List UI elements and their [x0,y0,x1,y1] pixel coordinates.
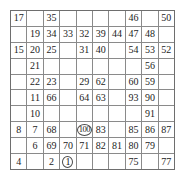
cell-r2c3[interactable]: 34 [44,27,59,42]
cell-r7c9[interactable]: 91 [142,106,157,121]
cell-r7c8[interactable] [126,106,141,121]
cell-r8c2[interactable]: 7 [27,122,42,137]
cell-r6c10[interactable] [159,90,174,105]
cell-r2c5[interactable]: 32 [77,27,92,42]
cell-r10c6[interactable] [93,154,108,169]
cell-r6c9[interactable]: 90 [142,90,157,105]
cell-r10c5[interactable] [77,154,92,169]
cell-r10c4[interactable]: 1 [60,154,75,169]
cell-r2c6[interactable]: 39 [93,27,108,42]
cell-r9c10[interactable] [159,138,174,153]
cell-r9c7[interactable]: 81 [109,138,124,153]
cell-r8c4[interactable] [60,122,75,137]
cell-r8c5[interactable]: 100 [77,122,92,137]
cell-r5c2[interactable]: 22 [27,75,42,90]
cell-r4c1[interactable] [11,59,26,74]
cell-r3c4[interactable] [60,43,75,58]
hidato-board: 1735465019343332394447481520253140545352… [10,10,175,170]
cell-r5c4[interactable] [60,75,75,90]
cell-r1c7[interactable] [109,11,124,26]
circled-number: 100 [77,124,92,136]
cell-r1c6[interactable] [93,11,108,26]
cell-r6c7[interactable] [109,90,124,105]
cell-r3c1[interactable]: 15 [11,43,26,58]
cell-r4c5[interactable] [77,59,92,74]
cell-r4c3[interactable] [44,59,59,74]
cell-r10c1[interactable]: 4 [11,154,26,169]
cell-r4c10[interactable] [159,59,174,74]
cell-r6c1[interactable] [11,90,26,105]
cell-r1c10[interactable]: 50 [159,11,174,26]
cell-r8c3[interactable]: 68 [44,122,59,137]
cell-r2c2[interactable]: 19 [27,27,42,42]
cell-r4c4[interactable] [60,59,75,74]
cell-r5c7[interactable] [109,75,124,90]
cell-r2c4[interactable]: 33 [60,27,75,42]
cell-r8c9[interactable]: 86 [142,122,157,137]
cell-r2c10[interactable] [159,27,174,42]
cell-r3c5[interactable]: 31 [77,43,92,58]
cell-r9c4[interactable]: 70 [60,138,75,153]
cell-r8c8[interactable]: 85 [126,122,141,137]
hidato-puzzle-screenshot: 1735465019343332394447481520253140545352… [0,0,180,180]
cell-r3c10[interactable]: 52 [159,43,174,58]
cell-r3c8[interactable]: 54 [126,43,141,58]
cell-r9c8[interactable]: 80 [126,138,141,153]
cell-r7c7[interactable] [109,106,124,121]
cell-r10c9[interactable] [142,154,157,169]
cell-r2c9[interactable]: 48 [142,27,157,42]
cell-r3c6[interactable]: 40 [93,43,108,58]
cell-r7c3[interactable] [44,106,59,121]
cell-r4c2[interactable]: 21 [27,59,42,74]
cell-r5c10[interactable] [159,75,174,90]
cell-r4c7[interactable] [109,59,124,74]
cell-r6c4[interactable] [60,90,75,105]
cell-r2c8[interactable]: 47 [126,27,141,42]
cell-r10c8[interactable]: 75 [126,154,141,169]
cell-r9c9[interactable]: 79 [142,138,157,153]
cell-r3c9[interactable]: 53 [142,43,157,58]
cell-r2c7[interactable]: 44 [109,27,124,42]
cell-r5c3[interactable]: 23 [44,75,59,90]
cell-r1c1[interactable]: 17 [11,11,26,26]
cell-r6c5[interactable]: 64 [77,90,92,105]
cell-r5c5[interactable]: 29 [77,75,92,90]
cell-r1c8[interactable]: 46 [126,11,141,26]
cell-r3c2[interactable]: 20 [27,43,42,58]
cell-r6c2[interactable]: 11 [27,90,42,105]
cell-r1c5[interactable] [77,11,92,26]
cell-r7c4[interactable] [60,106,75,121]
cell-r5c8[interactable]: 60 [126,75,141,90]
cell-r8c7[interactable] [109,122,124,137]
cell-r10c2[interactable] [27,154,42,169]
cell-r5c9[interactable]: 59 [142,75,157,90]
cell-r1c4[interactable] [60,11,75,26]
cell-r10c3[interactable]: 2 [44,154,59,169]
cell-r4c8[interactable] [126,59,141,74]
cell-r8c6[interactable]: 83 [93,122,108,137]
cell-r6c3[interactable]: 66 [44,90,59,105]
cell-r3c7[interactable] [109,43,124,58]
cell-r9c5[interactable]: 71 [77,138,92,153]
cell-r8c10[interactable]: 87 [159,122,174,137]
cell-r6c8[interactable]: 93 [126,90,141,105]
cell-r7c6[interactable] [93,106,108,121]
cell-r7c10[interactable] [159,106,174,121]
cell-r4c9[interactable]: 56 [142,59,157,74]
cell-r9c2[interactable]: 6 [27,138,42,153]
cell-r9c1[interactable] [11,138,26,153]
cell-r1c2[interactable] [27,11,42,26]
cell-r9c6[interactable]: 82 [93,138,108,153]
cell-r3c3[interactable]: 25 [44,43,59,58]
cell-r1c9[interactable] [142,11,157,26]
cell-r5c6[interactable]: 62 [93,75,108,90]
cell-r10c10[interactable]: 77 [159,154,174,169]
circled-number: 1 [62,156,73,168]
cell-r10c7[interactable] [109,154,124,169]
cell-r9c3[interactable]: 69 [44,138,59,153]
cell-r5c1[interactable] [11,75,26,90]
cell-r2c1[interactable] [11,27,26,42]
cell-r1c3[interactable]: 35 [44,11,59,26]
cell-r4c6[interactable] [93,59,108,74]
cell-r6c6[interactable]: 63 [93,90,108,105]
cell-r7c1[interactable] [11,106,26,121]
cell-r7c5[interactable] [77,106,92,121]
cell-r7c2[interactable]: 10 [27,106,42,121]
cell-r8c1[interactable]: 8 [11,122,26,137]
